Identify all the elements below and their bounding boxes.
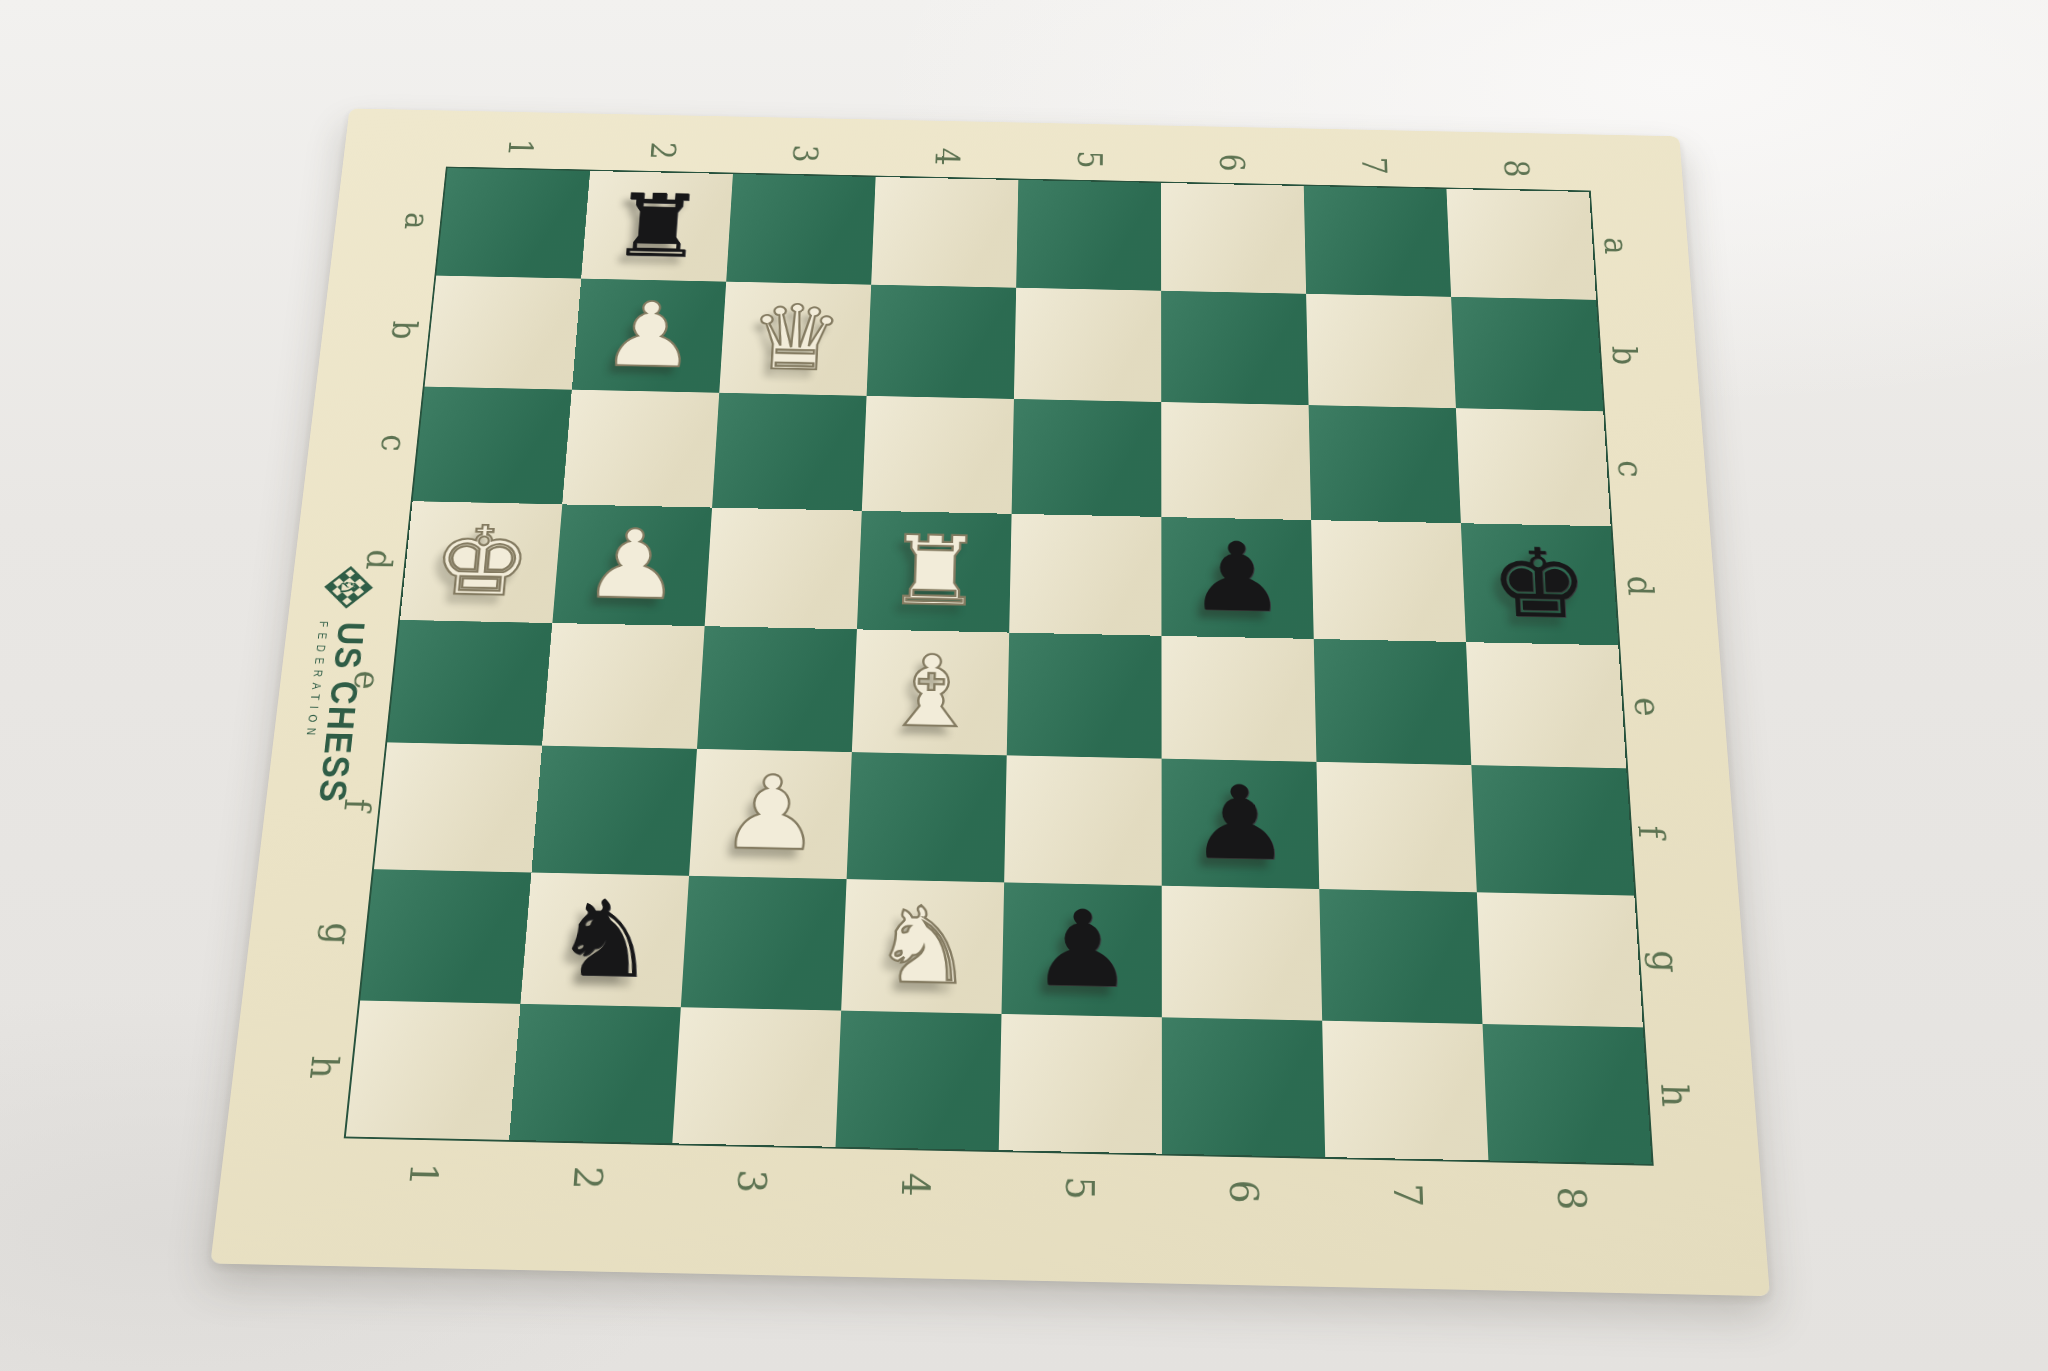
square-c6[interactable] (1161, 402, 1311, 520)
square-g5[interactable]: ♟ (1001, 882, 1161, 1017)
square-a7[interactable] (1304, 186, 1451, 297)
rank-label-top-1: 1 (448, 111, 596, 171)
square-d1[interactable]: ♚ (400, 501, 562, 623)
square-f4[interactable] (847, 752, 1007, 882)
square-g8[interactable] (1477, 892, 1643, 1027)
square-e3[interactable] (697, 626, 857, 752)
square-g3[interactable] (681, 876, 847, 1011)
square-a5[interactable] (1016, 180, 1161, 291)
file-label-left-h: h (226, 998, 360, 1136)
rank-label-top-6: 6 (1161, 125, 1304, 185)
square-c8[interactable] (1456, 408, 1611, 526)
square-b2[interactable]: ♟ (572, 279, 726, 393)
square-a2[interactable]: ♜ (581, 171, 733, 282)
square-d4[interactable]: ♜ (857, 511, 1012, 633)
square-f8[interactable] (1471, 765, 1634, 896)
square-e7[interactable] (1314, 639, 1472, 765)
file-label-left-e: e (273, 617, 400, 742)
file-label-left-a: a (330, 166, 448, 276)
vinyl-chess-mat: ♞ US CHESS FEDERATION (210, 108, 1770, 1296)
square-b5[interactable] (1014, 288, 1161, 402)
square-f2[interactable] (531, 746, 696, 876)
file-label-left-g: g (242, 867, 374, 1001)
rank-label-bottom-6: 6 (1162, 1154, 1328, 1287)
square-b4[interactable] (867, 285, 1017, 399)
square-f5[interactable] (1004, 755, 1162, 885)
file-label-right-c: c (1603, 411, 1710, 528)
rank-label-top-8: 8 (1444, 131, 1589, 192)
white-pawn[interactable]: ♟ (598, 279, 701, 392)
rank-label-bottom-7: 7 (1325, 1157, 1494, 1290)
file-label-right-g: g (1634, 896, 1749, 1030)
file-label-right-d: d (1611, 526, 1720, 647)
square-a8[interactable] (1446, 189, 1596, 300)
square-c1[interactable] (413, 387, 572, 505)
square-g1[interactable] (360, 869, 531, 1004)
square-a6[interactable] (1161, 183, 1306, 294)
square-b7[interactable] (1306, 294, 1456, 408)
file-label-right-f: f (1626, 768, 1739, 897)
white-knight[interactable]: ♞ (869, 880, 976, 1014)
white-bishop[interactable]: ♝ (879, 630, 982, 755)
square-a3[interactable] (726, 174, 875, 285)
square-e1[interactable] (387, 620, 552, 746)
file-label-right-a: a (1589, 192, 1692, 302)
black-pawn[interactable]: ♟ (1030, 883, 1134, 1017)
square-f1[interactable] (374, 742, 542, 872)
square-g4[interactable]: ♞ (841, 879, 1004, 1014)
square-b6[interactable] (1161, 291, 1308, 405)
white-queen[interactable]: ♛ (745, 282, 845, 395)
rank-label-bottom-5: 5 (996, 1150, 1162, 1283)
square-h4[interactable] (836, 1011, 1002, 1151)
square-c3[interactable] (712, 393, 867, 511)
file-label-left-d: d (288, 499, 412, 620)
square-c2[interactable] (562, 390, 719, 508)
square-g2[interactable]: ♞ (520, 873, 689, 1008)
square-a1[interactable] (436, 168, 590, 279)
square-f7[interactable] (1316, 762, 1476, 892)
white-pawn[interactable]: ♟ (579, 505, 686, 626)
white-king[interactable]: ♚ (427, 502, 536, 623)
square-c4[interactable] (862, 396, 1014, 514)
file-label-right-b: b (1596, 300, 1701, 413)
square-e6[interactable] (1161, 636, 1316, 762)
square-h7[interactable] (1322, 1021, 1488, 1161)
square-h6[interactable] (1162, 1017, 1325, 1157)
square-d3[interactable] (705, 508, 862, 630)
square-e2[interactable] (542, 623, 705, 749)
square-h1[interactable] (346, 1001, 521, 1140)
square-a4[interactable] (871, 177, 1018, 288)
square-c7[interactable] (1309, 405, 1461, 523)
white-rook[interactable]: ♜ (884, 511, 986, 632)
square-b1[interactable] (425, 276, 582, 390)
square-b8[interactable] (1451, 297, 1603, 411)
square-h8[interactable] (1483, 1024, 1652, 1164)
square-g6[interactable] (1162, 886, 1322, 1021)
square-e5[interactable] (1007, 633, 1162, 759)
square-d7[interactable] (1311, 520, 1466, 642)
table-surface: ♞ US CHESS FEDERATION (0, 0, 2048, 1371)
black-pawn[interactable]: ♟ (1189, 759, 1292, 888)
black-knight[interactable]: ♞ (549, 873, 662, 1007)
file-label-left-c: c (302, 384, 424, 501)
file-label-right-e: e (1618, 645, 1729, 770)
black-rook[interactable]: ♜ (607, 172, 708, 282)
square-d5[interactable] (1009, 514, 1161, 636)
square-d8[interactable]: ♚ (1461, 523, 1618, 645)
rank-label-bottom-8: 8 (1488, 1160, 1660, 1293)
file-label-left-b: b (316, 273, 436, 386)
black-pawn[interactable]: ♟ (1188, 518, 1287, 639)
rank-label-top-4: 4 (876, 120, 1020, 180)
rank-label-bottom-1: 1 (332, 1137, 509, 1270)
white-pawn[interactable]: ♟ (717, 749, 825, 878)
file-label-right-h: h (1643, 1027, 1760, 1166)
rank-label-top-7: 7 (1302, 128, 1446, 189)
square-c5[interactable] (1012, 399, 1162, 517)
rank-label-top-2: 2 (590, 114, 736, 174)
file-label-left-f: f (258, 740, 387, 869)
square-d6[interactable]: ♟ (1161, 517, 1313, 639)
square-h5[interactable] (999, 1014, 1162, 1154)
rank-label-top-3: 3 (733, 117, 878, 177)
black-king[interactable]: ♚ (1487, 524, 1591, 645)
square-h2[interactable] (509, 1004, 681, 1144)
square-f6[interactable]: ♟ (1162, 759, 1320, 889)
square-b3[interactable]: ♛ (719, 282, 871, 396)
rank-label-bottom-2: 2 (498, 1140, 672, 1273)
square-f3[interactable]: ♟ (689, 749, 852, 879)
square-g7[interactable] (1319, 889, 1482, 1024)
rank-label-bottom-3: 3 (664, 1143, 835, 1276)
square-h3[interactable] (672, 1007, 841, 1147)
square-e8[interactable] (1466, 642, 1626, 768)
rank-label-bottom-4: 4 (830, 1147, 999, 1280)
rank-label-top-5: 5 (1018, 123, 1161, 183)
square-d2[interactable]: ♟ (552, 504, 712, 626)
square-e4[interactable]: ♝ (852, 629, 1009, 755)
